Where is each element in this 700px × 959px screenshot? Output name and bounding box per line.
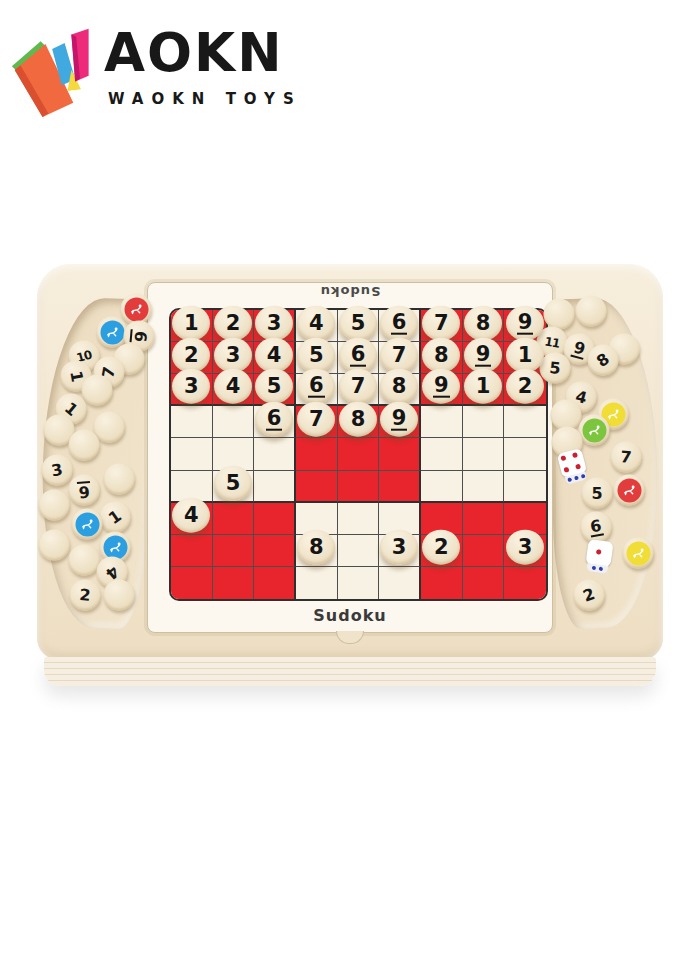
piece-number: 6 — [77, 480, 92, 499]
tray-piece-1[interactable]: 1 — [100, 502, 131, 533]
panel-finger-notch — [336, 631, 364, 644]
board-piece-3[interactable]: 3 — [506, 530, 544, 565]
piece-number: 9 — [475, 343, 492, 366]
sticker-dot — [124, 297, 148, 321]
piece-number: 5 — [309, 344, 324, 365]
grid-cell-r4-c1[interactable] — [171, 406, 213, 438]
tray-piece-blank[interactable] — [104, 580, 135, 611]
grid-cell-r5-c1[interactable] — [171, 438, 213, 470]
grid-cell-r7-c8[interactable] — [463, 503, 505, 535]
board-piece-8[interactable]: 8 — [464, 305, 502, 340]
piece-number: 6 — [350, 343, 367, 366]
board-piece-3[interactable]: 3 — [255, 305, 293, 340]
grid-cell-r3-c7[interactable]: 9 — [421, 374, 463, 406]
board-piece-8[interactable]: 8 — [339, 402, 377, 437]
piece-number: 9 — [570, 339, 587, 360]
board-piece-3[interactable]: 3 — [214, 337, 252, 372]
board-piece-5[interactable]: 5 — [297, 337, 335, 372]
tray-piece-blank[interactable] — [544, 299, 575, 330]
piece-number: 9 — [433, 375, 450, 398]
board-piece-2[interactable]: 2 — [172, 337, 210, 372]
grid-cell-r5-c3[interactable] — [254, 438, 296, 470]
sticker-dot — [75, 512, 99, 536]
grid-cell-r7-c2[interactable] — [213, 503, 255, 535]
piece-number: 8 — [434, 344, 449, 365]
grid-cell-r8-c9[interactable]: 3 — [504, 535, 546, 567]
sticker-figure-icon — [104, 324, 120, 340]
die-1[interactable] — [584, 539, 613, 575]
board-piece-4[interactable]: 4 — [297, 305, 335, 340]
sticker-figure-icon — [586, 422, 602, 438]
grid-cell-r4-c7[interactable] — [421, 406, 463, 438]
piece-number: 6 — [391, 311, 408, 334]
grid-cell-r4-c5[interactable]: 8 — [338, 406, 380, 438]
grid-cell-r9-c9[interactable] — [504, 567, 546, 599]
tray-piece-sticker[interactable] — [579, 415, 610, 446]
board-piece-6[interactable]: 6 — [380, 305, 418, 340]
board-piece-5[interactable]: 5 — [255, 369, 293, 404]
tray-piece-7[interactable]: 7 — [611, 442, 642, 473]
tray-piece-6[interactable]: 6 — [69, 475, 100, 506]
die-pip — [572, 452, 578, 458]
grid-cell-r9-c8[interactable] — [463, 567, 505, 599]
piece-number: 2 — [581, 586, 597, 605]
sticker-figure-icon — [79, 516, 95, 532]
piece-number: 1 — [106, 507, 124, 526]
tray-piece-sticker[interactable] — [623, 538, 654, 569]
grid-cell-r3-c8[interactable]: 1 — [463, 374, 505, 406]
board-piece-9[interactable]: 9 — [506, 305, 544, 340]
piece-number: 8 — [594, 350, 612, 369]
board-piece-2[interactable]: 2 — [214, 305, 252, 340]
board-piece-7[interactable]: 7 — [422, 305, 460, 340]
piece-number: 7 — [434, 312, 449, 333]
grid-cell-r5-c4[interactable] — [296, 438, 338, 470]
grid-cell-r9-c2[interactable] — [213, 567, 255, 599]
board-piece-3[interactable]: 3 — [380, 530, 418, 565]
board-piece-2[interactable]: 2 — [506, 369, 544, 404]
grid-cell-r6-c9[interactable] — [504, 471, 546, 503]
board-piece-5[interactable]: 5 — [339, 305, 377, 340]
grid-cell-r4-c3[interactable]: 6 — [254, 406, 296, 438]
board-piece-8[interactable]: 8 — [380, 369, 418, 404]
piece-number: 2 — [184, 344, 199, 365]
brand-name: AOKN — [104, 26, 284, 79]
tray-piece-5[interactable]: 5 — [582, 478, 613, 509]
piece-number: 7 — [620, 449, 632, 466]
board-piece-6[interactable]: 6 — [255, 402, 293, 437]
sudoku-label-top: Sudoku — [148, 284, 552, 299]
sticker-figure-icon — [107, 539, 123, 555]
grid-cell-r9-c7[interactable] — [421, 567, 463, 599]
tray-piece-sticker[interactable] — [614, 475, 645, 506]
piece-number: 2 — [434, 537, 449, 558]
grid-cell-r6-c6[interactable] — [379, 471, 421, 503]
tray-piece-blank[interactable] — [39, 490, 70, 521]
grid-cell-r6-c8[interactable] — [463, 471, 505, 503]
grid-cell-r4-c2[interactable] — [213, 406, 255, 438]
grid-cell-r9-c5[interactable] — [338, 567, 380, 599]
piece-number: 3 — [392, 537, 407, 558]
die-pip — [599, 567, 604, 572]
board-piece-8[interactable]: 8 — [297, 530, 335, 565]
piece-number: 3 — [267, 312, 282, 333]
piece-number: 11 — [544, 335, 561, 349]
piece-number: 8 — [476, 312, 491, 333]
piece-number: 6 — [266, 408, 283, 431]
tray-piece-5[interactable]: 5 — [540, 353, 571, 384]
piece-number: 7 — [309, 409, 324, 430]
grid-cell-r8-c1[interactable] — [171, 535, 213, 567]
piece-number: 2 — [226, 312, 241, 333]
board-piece-9[interactable]: 9 — [422, 369, 460, 404]
board-piece-4[interactable]: 4 — [214, 369, 252, 404]
sticker-figure-icon — [605, 406, 621, 422]
grid-cell-r7-c1[interactable]: 4 — [171, 503, 213, 535]
grid-cell-r6-c4[interactable] — [296, 471, 338, 503]
sticker-figure-icon — [128, 301, 144, 317]
tray-piece-6[interactable]: 6 — [581, 512, 612, 543]
board-piece-9[interactable]: 9 — [380, 402, 418, 437]
board-piece-8[interactable]: 8 — [422, 337, 460, 372]
piece-number: 5 — [351, 312, 366, 333]
grid-cell-r6-c5[interactable] — [338, 471, 380, 503]
piece-number: 7 — [392, 344, 407, 365]
die-pip — [567, 477, 572, 482]
grid-cell-r8-c8[interactable] — [463, 535, 505, 567]
tray-piece-8[interactable]: 8 — [588, 345, 619, 376]
piece-number: 3 — [226, 344, 241, 365]
piece-number: 1 — [518, 344, 533, 365]
piece-number: 4 — [309, 312, 324, 333]
board-piece-6[interactable]: 6 — [297, 369, 335, 404]
grid-cell-r4-c8[interactable] — [463, 406, 505, 438]
grid-cell-r7-c3[interactable] — [254, 503, 296, 535]
tray-piece-blank[interactable] — [69, 545, 100, 576]
tray-piece-sticker[interactable] — [72, 509, 103, 540]
grid-cell-r3-c1[interactable]: 3 — [171, 374, 213, 406]
grid-cell-r6-c7[interactable] — [421, 471, 463, 503]
board-side-edge — [44, 657, 656, 686]
die-pip — [580, 474, 585, 479]
piece-number: 5 — [267, 376, 282, 397]
piece-number: 4 — [184, 505, 199, 526]
board-piece-4[interactable]: 4 — [255, 337, 293, 372]
tray-piece-blank[interactable] — [69, 430, 100, 461]
tray-piece-blank[interactable] — [104, 464, 135, 495]
sticker-dot — [103, 535, 127, 559]
tray-piece-blank[interactable] — [39, 530, 70, 561]
grid-cell-r8-c7[interactable]: 2 — [421, 535, 463, 567]
die-pip — [563, 467, 569, 473]
grid-cell-r6-c2[interactable]: 5 — [213, 471, 255, 503]
sticker-dot — [100, 320, 124, 344]
grid-cell-r4-c6[interactable]: 9 — [379, 406, 421, 438]
sticker-dot — [617, 478, 641, 502]
sticker-figure-icon — [630, 545, 646, 561]
board-piece-6[interactable]: 6 — [339, 337, 377, 372]
logo-w-mark-icon — [8, 20, 104, 120]
grid-cell-r9-c1[interactable] — [171, 567, 213, 599]
sticker-dot — [626, 541, 650, 565]
piece-number: 7 — [351, 376, 366, 397]
board-piece-1[interactable]: 1 — [464, 369, 502, 404]
piece-number: 2 — [79, 587, 91, 604]
piece-number: 8 — [309, 537, 324, 558]
grid-cell-r9-c6[interactable] — [379, 567, 421, 599]
piece-number: 4 — [226, 376, 241, 397]
wooden-board: Sudoku 123456789234567891345678912678954… — [37, 264, 663, 660]
board-piece-7[interactable]: 7 — [339, 369, 377, 404]
grid-cell-r5-c9[interactable] — [504, 438, 546, 470]
die-side-face — [586, 563, 608, 574]
grid-cell-r8-c6[interactable]: 3 — [379, 535, 421, 567]
grid-cell-r9-c3[interactable] — [254, 567, 296, 599]
piece-number: 3 — [184, 376, 199, 397]
grid-cell-r6-c3[interactable] — [254, 471, 296, 503]
grid-cell-r5-c6[interactable] — [379, 438, 421, 470]
sudoku-label-bottom: Sudoku — [148, 606, 552, 625]
die-pip — [574, 476, 579, 481]
sudoku-grid: 1234567892345678913456789126789548323 — [169, 308, 548, 601]
die-pip — [596, 549, 602, 555]
piece-number: 5 — [591, 485, 602, 501]
piece-number: 3 — [50, 461, 64, 479]
piece-number: 5 — [549, 360, 561, 377]
piece-number: 5 — [226, 472, 241, 493]
sudoku-panel: Sudoku 123456789234567891345678912678954… — [147, 282, 553, 633]
grid-cell-r3-c9[interactable]: 2 — [504, 374, 546, 406]
board-piece-9[interactable]: 9 — [464, 337, 502, 372]
grid-cell-r9-c4[interactable] — [296, 567, 338, 599]
grid-cell-r8-c3[interactable] — [254, 535, 296, 567]
board-piece-2[interactable]: 2 — [422, 530, 460, 565]
piece-number: 9 — [517, 311, 534, 334]
tray-piece-2[interactable]: 2 — [574, 580, 605, 611]
board-piece-3[interactable]: 3 — [172, 369, 210, 404]
board-piece-1[interactable]: 1 — [172, 305, 210, 340]
piece-number: 6 — [588, 517, 604, 537]
board-piece-1[interactable]: 1 — [506, 337, 544, 372]
tray-piece-blank[interactable] — [82, 375, 113, 406]
board-piece-4[interactable]: 4 — [172, 498, 210, 533]
piece-number: 6 — [308, 375, 325, 398]
tray-piece-3[interactable]: 3 — [42, 455, 73, 486]
brand-subtitle: WAOKN TOYS — [108, 90, 302, 108]
board-piece-7[interactable]: 7 — [380, 337, 418, 372]
die-pip — [592, 566, 597, 571]
brand-logo: AOKN WAOKN TOYS — [8, 18, 298, 122]
sticker-dot — [582, 418, 606, 442]
piece-number: 1 — [476, 376, 491, 397]
grid-cell-r7-c5[interactable] — [338, 503, 380, 535]
piece-number: 4 — [267, 344, 282, 365]
piece-number: 1 — [184, 312, 199, 333]
tray-piece-2[interactable]: 2 — [70, 580, 101, 611]
board-piece-7[interactable]: 7 — [297, 402, 335, 437]
grid-cell-r5-c8[interactable] — [463, 438, 505, 470]
piece-number: 2 — [518, 376, 533, 397]
piece-number: 8 — [392, 376, 407, 397]
grid-cell-r4-c9[interactable] — [504, 406, 546, 438]
sticker-figure-icon — [621, 482, 637, 498]
piece-number: 6 — [129, 329, 148, 344]
piece-number: 8 — [351, 409, 366, 430]
grid-cell-r8-c2[interactable] — [213, 535, 255, 567]
grid-cell-r3-c2[interactable]: 4 — [213, 374, 255, 406]
grid-cell-r8-c4[interactable]: 8 — [296, 535, 338, 567]
grid-cell-r5-c7[interactable] — [421, 438, 463, 470]
grid-cell-r5-c5[interactable] — [338, 438, 380, 470]
die-pip — [575, 464, 581, 470]
piece-number: 1 — [67, 369, 85, 383]
die-pip — [560, 455, 566, 461]
grid-cell-r4-c4[interactable]: 7 — [296, 406, 338, 438]
piece-number: 9 — [391, 408, 408, 431]
board-piece-5[interactable]: 5 — [214, 465, 252, 500]
piece-number: 3 — [518, 537, 533, 558]
tray-piece-blank[interactable] — [576, 296, 607, 327]
grid-cell-r8-c5[interactable] — [338, 535, 380, 567]
